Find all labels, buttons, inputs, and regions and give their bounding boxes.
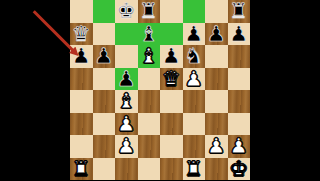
square-a6[interactable]: ♟ [70,45,93,68]
piece-white-bishop-d6[interactable]: ♝ [139,45,158,68]
piece-black-queen-a7[interactable]: ♛ [72,23,91,46]
square-d1[interactable] [138,158,161,181]
square-b5[interactable] [93,68,116,91]
square-d4[interactable] [138,90,161,113]
piece-white-pawn-c3[interactable]: ♟ [117,113,136,136]
square-h2[interactable]: ♟ [228,135,251,158]
piece-white-rook-a1[interactable]: ♜ [72,158,91,181]
piece-black-pawn-g7[interactable]: ♟ [207,23,226,46]
square-a3[interactable] [70,113,93,136]
square-d6[interactable]: ♝ [138,45,161,68]
piece-black-rook-h8[interactable]: ♜ [229,0,248,23]
square-g1[interactable] [205,158,228,181]
app-frame: ♚♜♜♛♝♟♟♟♟♟♝♟♞♟♛♟♝♟♟♟♟♜♜♚ [0,0,320,180]
square-h8[interactable]: ♜ [228,0,251,23]
square-g7[interactable]: ♟ [205,23,228,46]
square-d2[interactable] [138,135,161,158]
square-e7[interactable] [160,23,183,46]
square-f1[interactable]: ♜ [183,158,206,181]
square-f5[interactable]: ♟ [183,68,206,91]
square-e1[interactable] [160,158,183,181]
square-e4[interactable] [160,90,183,113]
square-b1[interactable] [93,158,116,181]
piece-white-queen-e5[interactable]: ♛ [162,68,181,91]
square-c4[interactable]: ♝ [115,90,138,113]
piece-white-pawn-f5[interactable]: ♟ [184,68,203,91]
piece-black-bishop-d7[interactable]: ♝ [139,23,158,46]
square-e8[interactable] [160,0,183,23]
square-f4[interactable] [183,90,206,113]
square-f8[interactable] [183,0,206,23]
piece-white-pawn-h2[interactable]: ♟ [229,135,248,158]
square-h6[interactable] [228,45,251,68]
square-g4[interactable] [205,90,228,113]
square-e3[interactable] [160,113,183,136]
piece-black-pawn-h7[interactable]: ♟ [229,23,248,46]
square-a5[interactable] [70,68,93,91]
square-f7[interactable]: ♟ [183,23,206,46]
square-a7[interactable]: ♛ [70,23,93,46]
square-b7[interactable] [93,23,116,46]
square-f3[interactable] [183,113,206,136]
piece-black-pawn-b6[interactable]: ♟ [94,45,113,68]
square-c5[interactable]: ♟ [115,68,138,91]
square-d8[interactable]: ♜ [138,0,161,23]
square-g5[interactable] [205,68,228,91]
square-a2[interactable] [70,135,93,158]
square-e2[interactable] [160,135,183,158]
square-e5[interactable]: ♛ [160,68,183,91]
piece-white-bishop-c4[interactable]: ♝ [117,90,136,113]
square-c1[interactable] [115,158,138,181]
square-c8[interactable]: ♚ [115,0,138,23]
square-g2[interactable]: ♟ [205,135,228,158]
piece-black-rook-d8[interactable]: ♜ [139,0,158,23]
square-g6[interactable] [205,45,228,68]
square-f2[interactable] [183,135,206,158]
square-f6[interactable]: ♞ [183,45,206,68]
piece-white-pawn-c2[interactable]: ♟ [117,135,136,158]
square-d3[interactable] [138,113,161,136]
square-c6[interactable] [115,45,138,68]
square-h1[interactable]: ♚ [228,158,251,181]
piece-black-king-c8[interactable]: ♚ [117,0,136,23]
square-c2[interactable]: ♟ [115,135,138,158]
piece-black-pawn-c5[interactable]: ♟ [117,68,136,91]
piece-white-king-h1[interactable]: ♚ [229,158,248,181]
square-h5[interactable] [228,68,251,91]
square-e6[interactable]: ♟ [160,45,183,68]
square-c3[interactable]: ♟ [115,113,138,136]
square-d5[interactable] [138,68,161,91]
left-letterbox [0,0,70,180]
piece-white-pawn-g2[interactable]: ♟ [207,135,226,158]
screenshot-root: { "game": "chess", "view": { "orientatio… [0,0,320,180]
chess-board: ♚♜♜♛♝♟♟♟♟♟♝♟♞♟♛♟♝♟♟♟♟♜♜♚ [70,0,250,180]
square-b6[interactable]: ♟ [93,45,116,68]
piece-black-pawn-e6[interactable]: ♟ [162,45,181,68]
piece-white-rook-f1[interactable]: ♜ [184,158,203,181]
piece-black-pawn-a6[interactable]: ♟ [72,45,91,68]
square-b2[interactable] [93,135,116,158]
piece-black-knight-f6[interactable]: ♞ [184,45,203,68]
square-b8[interactable] [93,0,116,23]
square-a4[interactable] [70,90,93,113]
piece-black-pawn-f7[interactable]: ♟ [184,23,203,46]
square-h4[interactable] [228,90,251,113]
right-letterbox [250,0,320,180]
square-c7[interactable] [115,23,138,46]
square-h3[interactable] [228,113,251,136]
square-d7[interactable]: ♝ [138,23,161,46]
square-h7[interactable]: ♟ [228,23,251,46]
square-a8[interactable] [70,0,93,23]
square-b4[interactable] [93,90,116,113]
square-g8[interactable] [205,0,228,23]
square-g3[interactable] [205,113,228,136]
square-a1[interactable]: ♜ [70,158,93,181]
square-b3[interactable] [93,113,116,136]
